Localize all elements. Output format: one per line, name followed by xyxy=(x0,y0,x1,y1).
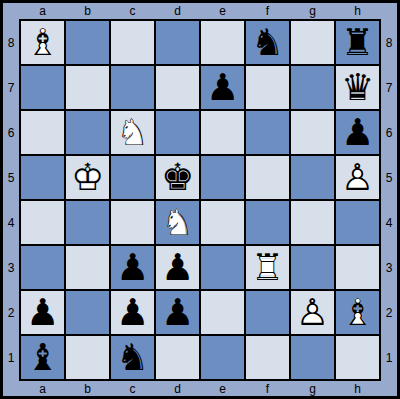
square-h1[interactable] xyxy=(336,336,379,379)
square-h7[interactable]: ♛ xyxy=(336,66,379,109)
file-label-g: g xyxy=(291,382,334,396)
square-h2[interactable]: ♗ xyxy=(336,291,379,334)
square-c6[interactable]: ♘ xyxy=(111,111,154,154)
file-labels-bottom: abcdefgh xyxy=(19,381,381,396)
square-a2[interactable]: ♟ xyxy=(21,291,64,334)
rank-label-3: 3 xyxy=(381,261,397,275)
file-label-a: a xyxy=(21,382,64,396)
square-a3[interactable] xyxy=(21,246,64,289)
square-f5[interactable] xyxy=(246,156,289,199)
square-e6[interactable] xyxy=(201,111,244,154)
file-label-h: h xyxy=(336,4,379,18)
square-c5[interactable] xyxy=(111,156,154,199)
white-pawn-h5[interactable]: ♙ xyxy=(336,156,379,199)
file-label-e: e xyxy=(201,382,244,396)
square-g3[interactable] xyxy=(291,246,334,289)
file-label-e: e xyxy=(201,4,244,18)
square-b8[interactable] xyxy=(66,21,109,64)
square-g8[interactable] xyxy=(291,21,334,64)
square-f6[interactable] xyxy=(246,111,289,154)
square-a4[interactable] xyxy=(21,201,64,244)
rank-label-2: 2 xyxy=(3,306,19,320)
square-e8[interactable] xyxy=(201,21,244,64)
square-f1[interactable] xyxy=(246,336,289,379)
black-queen-h7[interactable]: ♛ xyxy=(336,66,379,109)
rank-label-5: 5 xyxy=(3,171,19,185)
square-e4[interactable] xyxy=(201,201,244,244)
square-b1[interactable] xyxy=(66,336,109,379)
file-label-d: d xyxy=(156,382,199,396)
black-pawn-c3[interactable]: ♟ xyxy=(111,246,154,289)
square-h6[interactable]: ♟ xyxy=(336,111,379,154)
file-label-g: g xyxy=(291,4,334,18)
white-bishop-h2[interactable]: ♗ xyxy=(336,291,379,334)
rank-label-7: 7 xyxy=(381,81,397,95)
square-d2[interactable]: ♟ xyxy=(156,291,199,334)
white-king-b5[interactable]: ♔ xyxy=(66,156,109,199)
square-c7[interactable] xyxy=(111,66,154,109)
square-e5[interactable] xyxy=(201,156,244,199)
black-pawn-d3[interactable]: ♟ xyxy=(156,246,199,289)
square-h4[interactable] xyxy=(336,201,379,244)
square-f7[interactable] xyxy=(246,66,289,109)
white-bishop-a8[interactable]: ♗ xyxy=(21,21,64,64)
square-h8[interactable]: ♜ xyxy=(336,21,379,64)
file-labels-top: abcdefgh xyxy=(19,3,381,19)
square-f8[interactable]: ♞ xyxy=(246,21,289,64)
square-b6[interactable] xyxy=(66,111,109,154)
black-knight-c1[interactable]: ♞ xyxy=(111,336,154,379)
file-label-b: b xyxy=(66,4,109,18)
square-h3[interactable] xyxy=(336,246,379,289)
square-h5[interactable]: ♙ xyxy=(336,156,379,199)
square-d7[interactable] xyxy=(156,66,199,109)
square-g2[interactable]: ♙ xyxy=(291,291,334,334)
square-c2[interactable]: ♟ xyxy=(111,291,154,334)
square-a5[interactable] xyxy=(21,156,64,199)
black-king-d5[interactable]: ♚ xyxy=(156,156,199,199)
square-c1[interactable]: ♞ xyxy=(111,336,154,379)
white-knight-c6[interactable]: ♘ xyxy=(111,111,154,154)
square-a7[interactable] xyxy=(21,66,64,109)
square-g6[interactable] xyxy=(291,111,334,154)
square-b3[interactable] xyxy=(66,246,109,289)
file-label-b: b xyxy=(66,382,109,396)
black-pawn-h6[interactable]: ♟ xyxy=(336,111,379,154)
rank-label-6: 6 xyxy=(3,126,19,140)
rank-label-8: 8 xyxy=(381,36,397,50)
black-bishop-a1[interactable]: ♝ xyxy=(21,336,64,379)
file-label-f: f xyxy=(246,4,289,18)
square-a8[interactable]: ♗ xyxy=(21,21,64,64)
square-g7[interactable] xyxy=(291,66,334,109)
rank-label-1: 1 xyxy=(3,351,19,365)
square-a1[interactable]: ♝ xyxy=(21,336,64,379)
rank-label-2: 2 xyxy=(381,306,397,320)
black-knight-f8[interactable]: ♞ xyxy=(246,21,289,64)
square-f4[interactable] xyxy=(246,201,289,244)
square-d6[interactable] xyxy=(156,111,199,154)
square-b7[interactable] xyxy=(66,66,109,109)
square-d5[interactable]: ♚ xyxy=(156,156,199,199)
square-c8[interactable] xyxy=(111,21,154,64)
square-g4[interactable] xyxy=(291,201,334,244)
square-e1[interactable] xyxy=(201,336,244,379)
square-d4[interactable]: ♘ xyxy=(156,201,199,244)
black-rook-h8[interactable]: ♜ xyxy=(336,21,379,64)
square-g5[interactable] xyxy=(291,156,334,199)
white-pawn-g2[interactable]: ♙ xyxy=(291,291,334,334)
square-e7[interactable]: ♟ xyxy=(201,66,244,109)
coordinate-band: abcdefgh 87654321 ♗♞♜♟♛♘♟♔♚♙♘♟♟♖♟♟♟♙♗♝♞ … xyxy=(3,3,397,396)
square-e3[interactable] xyxy=(201,246,244,289)
file-label-h: h xyxy=(336,382,379,396)
rank-labels-left: 87654321 xyxy=(3,19,19,381)
square-c4[interactable] xyxy=(111,201,154,244)
file-label-d: d xyxy=(156,4,199,18)
square-f2[interactable] xyxy=(246,291,289,334)
rank-label-6: 6 xyxy=(381,126,397,140)
square-f3[interactable]: ♖ xyxy=(246,246,289,289)
black-pawn-a2[interactable]: ♟ xyxy=(21,291,64,334)
square-b5[interactable]: ♔ xyxy=(66,156,109,199)
square-c3[interactable]: ♟ xyxy=(111,246,154,289)
black-pawn-d2[interactable]: ♟ xyxy=(156,291,199,334)
square-g1[interactable] xyxy=(291,336,334,379)
black-pawn-e7[interactable]: ♟ xyxy=(201,66,244,109)
square-b4[interactable] xyxy=(66,201,109,244)
rank-label-4: 4 xyxy=(3,216,19,230)
black-pawn-c2[interactable]: ♟ xyxy=(111,291,154,334)
file-label-c: c xyxy=(111,4,154,18)
rank-label-8: 8 xyxy=(3,36,19,50)
square-a6[interactable] xyxy=(21,111,64,154)
rank-label-4: 4 xyxy=(381,216,397,230)
square-d8[interactable] xyxy=(156,21,199,64)
white-knight-d4[interactable]: ♘ xyxy=(156,201,199,244)
square-b2[interactable] xyxy=(66,291,109,334)
square-d3[interactable]: ♟ xyxy=(156,246,199,289)
rank-label-1: 1 xyxy=(381,351,397,365)
rank-labels-right: 87654321 xyxy=(381,19,397,381)
square-e2[interactable] xyxy=(201,291,244,334)
file-label-c: c xyxy=(111,382,154,396)
file-label-f: f xyxy=(246,382,289,396)
file-label-a: a xyxy=(21,4,64,18)
chessboard-frame: abcdefgh 87654321 ♗♞♜♟♛♘♟♔♚♙♘♟♟♖♟♟♟♙♗♝♞ … xyxy=(0,0,400,399)
rank-label-3: 3 xyxy=(3,261,19,275)
chess-board: ♗♞♜♟♛♘♟♔♚♙♘♟♟♖♟♟♟♙♗♝♞ xyxy=(19,19,381,381)
rank-label-5: 5 xyxy=(381,171,397,185)
white-rook-f3[interactable]: ♖ xyxy=(246,246,289,289)
square-d1[interactable] xyxy=(156,336,199,379)
rank-label-7: 7 xyxy=(3,81,19,95)
